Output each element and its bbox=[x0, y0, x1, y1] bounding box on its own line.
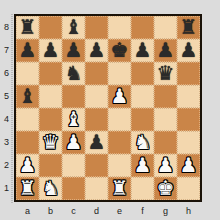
square-a5[interactable]: ♝ bbox=[16, 85, 39, 108]
square-e7[interactable]: ♚ bbox=[108, 39, 131, 62]
square-c6[interactable]: ♞ bbox=[62, 62, 85, 85]
square-g5[interactable] bbox=[154, 85, 177, 108]
square-c4[interactable]: ♝ bbox=[62, 108, 85, 131]
square-h2[interactable]: ♟ bbox=[177, 154, 200, 177]
square-c7[interactable]: ♟ bbox=[62, 39, 85, 62]
piece-white-rook[interactable]: ♜ bbox=[19, 177, 37, 200]
rank-label-4: 4 bbox=[0, 108, 13, 131]
square-g2[interactable]: ♟ bbox=[154, 154, 177, 177]
square-h6[interactable] bbox=[177, 62, 200, 85]
rank-label-6: 6 bbox=[0, 62, 13, 85]
square-h3[interactable] bbox=[177, 131, 200, 154]
square-b6[interactable] bbox=[39, 62, 62, 85]
piece-black-pawn[interactable]: ♟ bbox=[19, 39, 37, 62]
square-g8[interactable] bbox=[154, 16, 177, 39]
square-b7[interactable]: ♟ bbox=[39, 39, 62, 62]
square-f4[interactable] bbox=[131, 108, 154, 131]
file-label-g: g bbox=[154, 204, 177, 218]
file-label-e: e bbox=[108, 204, 131, 218]
square-b3[interactable]: ♛ bbox=[39, 131, 62, 154]
square-f2[interactable]: ♟ bbox=[131, 154, 154, 177]
square-g4[interactable] bbox=[154, 108, 177, 131]
square-e4[interactable] bbox=[108, 108, 131, 131]
piece-white-pawn[interactable]: ♟ bbox=[180, 154, 198, 177]
square-b5[interactable] bbox=[39, 85, 62, 108]
square-e6[interactable] bbox=[108, 62, 131, 85]
square-f7[interactable]: ♟ bbox=[131, 39, 154, 62]
square-c5[interactable] bbox=[62, 85, 85, 108]
piece-black-king[interactable]: ♚ bbox=[111, 39, 129, 62]
square-h1[interactable] bbox=[177, 177, 200, 200]
square-b8[interactable] bbox=[39, 16, 62, 39]
rank-label-2: 2 bbox=[0, 154, 13, 177]
piece-white-knight[interactable]: ♞ bbox=[134, 131, 152, 154]
square-c8[interactable]: ♝ bbox=[62, 16, 85, 39]
square-a6[interactable] bbox=[16, 62, 39, 85]
piece-black-queen[interactable]: ♛ bbox=[157, 62, 175, 85]
square-d2[interactable] bbox=[85, 154, 108, 177]
square-e3[interactable] bbox=[108, 131, 131, 154]
square-h5[interactable] bbox=[177, 85, 200, 108]
piece-black-knight[interactable]: ♞ bbox=[65, 62, 83, 85]
piece-black-pawn[interactable]: ♟ bbox=[134, 39, 152, 62]
piece-black-bishop[interactable]: ♝ bbox=[65, 16, 83, 39]
square-a3[interactable] bbox=[16, 131, 39, 154]
rank-label-5: 5 bbox=[0, 85, 13, 108]
piece-white-pawn[interactable]: ♟ bbox=[65, 131, 83, 154]
piece-black-pawn[interactable]: ♟ bbox=[88, 39, 106, 62]
square-d6[interactable] bbox=[85, 62, 108, 85]
piece-white-pawn[interactable]: ♟ bbox=[19, 154, 37, 177]
square-a2[interactable]: ♟ bbox=[16, 154, 39, 177]
square-h7[interactable]: ♟ bbox=[177, 39, 200, 62]
piece-white-queen[interactable]: ♛ bbox=[42, 131, 60, 154]
piece-white-bishop[interactable]: ♝ bbox=[65, 108, 83, 131]
piece-white-knight[interactable]: ♞ bbox=[42, 177, 60, 200]
square-d1[interactable] bbox=[85, 177, 108, 200]
square-f5[interactable] bbox=[131, 85, 154, 108]
square-d7[interactable]: ♟ bbox=[85, 39, 108, 62]
piece-white-pawn[interactable]: ♟ bbox=[157, 154, 175, 177]
square-f3[interactable]: ♞ bbox=[131, 131, 154, 154]
square-c3[interactable]: ♟ bbox=[62, 131, 85, 154]
square-h8[interactable]: ♜ bbox=[177, 16, 200, 39]
square-h4[interactable] bbox=[177, 108, 200, 131]
square-b1[interactable]: ♞ bbox=[39, 177, 62, 200]
piece-black-rook[interactable]: ♜ bbox=[19, 16, 37, 39]
piece-black-pawn[interactable]: ♟ bbox=[157, 39, 175, 62]
piece-black-pawn[interactable]: ♟ bbox=[65, 39, 83, 62]
square-a4[interactable] bbox=[16, 108, 39, 131]
square-b4[interactable] bbox=[39, 108, 62, 131]
square-e5[interactable]: ♟ bbox=[108, 85, 131, 108]
square-f8[interactable] bbox=[131, 16, 154, 39]
square-a7[interactable]: ♟ bbox=[16, 39, 39, 62]
piece-black-pawn[interactable]: ♟ bbox=[42, 39, 60, 62]
piece-white-pawn[interactable]: ♟ bbox=[134, 154, 152, 177]
square-g7[interactable]: ♟ bbox=[154, 39, 177, 62]
piece-white-king[interactable]: ♚ bbox=[157, 177, 175, 200]
square-g6[interactable]: ♛ bbox=[154, 62, 177, 85]
square-c2[interactable] bbox=[62, 154, 85, 177]
file-label-c: c bbox=[62, 204, 85, 218]
file-label-a: a bbox=[16, 204, 39, 218]
square-b2[interactable] bbox=[39, 154, 62, 177]
piece-white-pawn[interactable]: ♟ bbox=[111, 85, 129, 108]
rank-label-8: 8 bbox=[0, 16, 13, 39]
file-label-d: d bbox=[85, 204, 108, 218]
square-g1[interactable]: ♚ bbox=[154, 177, 177, 200]
square-d8[interactable] bbox=[85, 16, 108, 39]
square-e1[interactable]: ♜ bbox=[108, 177, 131, 200]
piece-white-rook[interactable]: ♜ bbox=[111, 177, 129, 200]
piece-black-pawn[interactable]: ♟ bbox=[180, 39, 198, 62]
rank-label-7: 7 bbox=[0, 39, 13, 62]
square-f6[interactable] bbox=[131, 62, 154, 85]
file-label-b: b bbox=[39, 204, 62, 218]
square-e2[interactable] bbox=[108, 154, 131, 177]
piece-black-rook[interactable]: ♜ bbox=[180, 16, 198, 39]
square-e8[interactable] bbox=[108, 16, 131, 39]
square-c1[interactable] bbox=[62, 177, 85, 200]
piece-black-pawn[interactable]: ♟ bbox=[88, 131, 106, 154]
chess-app-screen: ♜♝♜♟♟♟♟♚♟♟♟♞♛♝♟♝♛♟♟♞♟♟♟♟♜♞♜♚ 87654321 ab… bbox=[0, 0, 220, 220]
square-d4[interactable] bbox=[85, 108, 108, 131]
square-f1[interactable] bbox=[131, 177, 154, 200]
square-g3[interactable] bbox=[154, 131, 177, 154]
file-label-f: f bbox=[131, 204, 154, 218]
chess-board: ♜♝♜♟♟♟♟♚♟♟♟♞♛♝♟♝♛♟♟♞♟♟♟♟♜♞♜♚ bbox=[14, 14, 202, 202]
rank-label-3: 3 bbox=[0, 131, 13, 154]
square-a8[interactable]: ♜ bbox=[16, 16, 39, 39]
square-a1[interactable]: ♜ bbox=[16, 177, 39, 200]
piece-black-bishop[interactable]: ♝ bbox=[19, 85, 37, 108]
file-label-h: h bbox=[177, 204, 200, 218]
square-d5[interactable] bbox=[85, 85, 108, 108]
rank-label-1: 1 bbox=[0, 177, 13, 200]
square-d3[interactable]: ♟ bbox=[85, 131, 108, 154]
